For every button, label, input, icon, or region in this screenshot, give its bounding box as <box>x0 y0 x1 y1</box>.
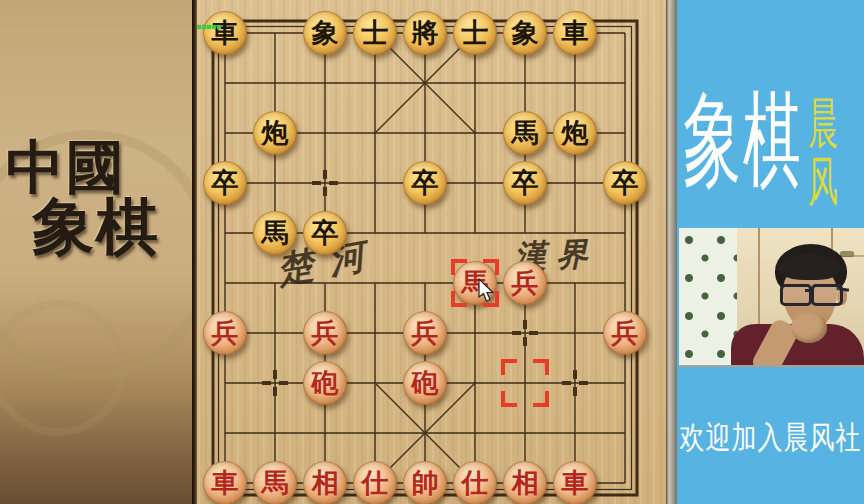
cell-8-3[interactable] <box>350 408 400 458</box>
piece-bB-0-6[interactable]: 象 <box>503 11 547 55</box>
cell-0-4[interactable]: 將 <box>400 8 450 58</box>
cell-4-6[interactable] <box>500 208 550 258</box>
cell-2-6[interactable]: 馬 <box>500 108 550 158</box>
stream-panel: 象棋 晨 风 欢 <box>677 0 864 504</box>
streamer-hair-fringe <box>779 254 841 280</box>
logo-line-1: 中國 <box>6 138 160 199</box>
cell-8-4[interactable] <box>400 408 450 458</box>
origin-box-cell <box>500 358 550 408</box>
piece-rP-6-0[interactable]: 兵 <box>203 311 247 355</box>
piece-bC-2-7[interactable]: 炮 <box>553 111 597 155</box>
cell-6-8[interactable]: 兵 <box>600 308 650 358</box>
piece-bR-0-7[interactable]: 車 <box>553 11 597 55</box>
cell-4-7[interactable] <box>550 208 600 258</box>
cell-1-7[interactable] <box>550 58 600 108</box>
piece-rP-6-8[interactable]: 兵 <box>603 311 647 355</box>
piece-bA-0-3[interactable]: 士 <box>353 11 397 55</box>
glasses-bridge <box>805 289 812 292</box>
cell-9-1[interactable]: 馬 <box>250 458 300 504</box>
cell-4-1[interactable]: 馬 <box>250 208 300 258</box>
point-marker-7-7 <box>550 358 600 408</box>
point-marker-3-2 <box>300 158 350 208</box>
cell-8-7[interactable] <box>550 408 600 458</box>
glasses-lens-left <box>780 284 812 306</box>
cell-5-2[interactable] <box>300 258 350 308</box>
cell-0-1[interactable] <box>250 8 300 58</box>
piece-rP-6-4[interactable]: 兵 <box>403 311 447 355</box>
cell-6-3[interactable] <box>350 308 400 358</box>
indicator-dot <box>197 25 201 29</box>
piece-bK-0-4[interactable]: 將 <box>403 11 447 55</box>
cell-1-0[interactable] <box>200 58 250 108</box>
app-logo: 中國 象棋 <box>6 138 160 260</box>
piece-rA-9-3[interactable]: 仕 <box>353 461 397 504</box>
cell-1-4[interactable] <box>400 58 450 108</box>
mouse-cursor <box>478 278 496 308</box>
cell-6-2[interactable]: 兵 <box>300 308 350 358</box>
cell-4-4[interactable] <box>400 208 450 258</box>
piece-rP-5-6[interactable]: 兵 <box>503 261 547 305</box>
cell-4-2[interactable]: 卒 <box>300 208 350 258</box>
cell-5-3[interactable] <box>350 258 400 308</box>
cell-3-4[interactable]: 卒 <box>400 158 450 208</box>
cell-8-5[interactable] <box>450 408 500 458</box>
cell-5-8[interactable] <box>600 258 650 308</box>
cell-0-8[interactable] <box>600 8 650 58</box>
piece-rR-9-0[interactable]: 車 <box>203 461 247 504</box>
indicator-dot <box>207 25 211 29</box>
cell-9-0[interactable]: 車 <box>200 458 250 504</box>
piece-bP-4-2[interactable]: 卒 <box>303 211 347 255</box>
cell-9-2[interactable]: 相 <box>300 458 350 504</box>
cell-1-5[interactable] <box>450 58 500 108</box>
streamer-glasses <box>780 284 846 304</box>
piece-rC-7-4[interactable]: 砲 <box>403 361 447 405</box>
cell-3-0[interactable]: 卒 <box>200 158 250 208</box>
cell-2-1[interactable]: 炮 <box>250 108 300 158</box>
board-grid[interactable]: 車象士將士象車炮馬炮卒卒卒卒馬卒馬兵兵兵兵兵砲砲車馬相仕帥仕相車 <box>200 8 650 504</box>
cell-9-8[interactable] <box>600 458 650 504</box>
wardrobe-handle-2 <box>840 251 854 256</box>
cell-7-4[interactable]: 砲 <box>400 358 450 408</box>
cell-2-0[interactable] <box>200 108 250 158</box>
cell-7-0[interactable] <box>200 358 250 408</box>
cell-9-4[interactable]: 帥 <box>400 458 450 504</box>
cell-5-6[interactable]: 兵 <box>500 258 550 308</box>
cell-1-8[interactable] <box>600 58 650 108</box>
stream-title-sub-char-2: 风 <box>808 152 838 209</box>
cell-2-5[interactable] <box>450 108 500 158</box>
cell-3-7[interactable] <box>550 158 600 208</box>
piece-bR-0-0[interactable]: 車 <box>203 11 247 55</box>
curtain-background <box>679 228 737 365</box>
xiangqi-board[interactable]: 楚河 漢界 車象士將士象車炮馬炮卒卒卒卒馬卒馬兵兵兵兵兵砲砲車馬相仕帥仕相車 <box>192 0 677 504</box>
cell-3-1[interactable] <box>250 158 300 208</box>
board-right-edge <box>666 0 677 504</box>
logo-line-2: 象棋 <box>32 195 160 260</box>
streamer-hand <box>791 312 827 343</box>
origin-box <box>501 359 549 407</box>
indicator-dot <box>202 25 206 29</box>
board-left-edge <box>192 0 197 504</box>
cell-0-6[interactable]: 象 <box>500 8 550 58</box>
cell-0-2[interactable]: 象 <box>300 8 350 58</box>
stream-title-sub: 晨 风 <box>808 95 838 208</box>
piece-rA-9-5[interactable]: 仕 <box>453 461 497 504</box>
cell-6-7[interactable] <box>550 308 600 358</box>
piece-bA-0-5[interactable]: 士 <box>453 11 497 55</box>
point-marker-6-6 <box>500 308 550 358</box>
cell-9-5[interactable]: 仕 <box>450 458 500 504</box>
cell-9-3[interactable]: 仕 <box>350 458 400 504</box>
cell-0-7[interactable]: 車 <box>550 8 600 58</box>
indicator-dot <box>217 25 221 29</box>
cell-0-0[interactable]: 車 <box>200 8 250 58</box>
cell-8-8[interactable] <box>600 408 650 458</box>
piece-bP-3-4[interactable]: 卒 <box>403 161 447 205</box>
cell-8-0[interactable] <box>200 408 250 458</box>
cell-4-0[interactable] <box>200 208 250 258</box>
indicator-dots <box>197 25 221 29</box>
cell-2-4[interactable] <box>400 108 450 158</box>
cell-5-4[interactable] <box>400 258 450 308</box>
piece-bN-4-1[interactable]: 馬 <box>253 211 297 255</box>
cell-3-5[interactable] <box>450 158 500 208</box>
piece-bN-2-6[interactable]: 馬 <box>503 111 547 155</box>
piece-rB-9-6[interactable]: 相 <box>503 461 547 504</box>
cell-1-3[interactable] <box>350 58 400 108</box>
cell-2-2[interactable] <box>300 108 350 158</box>
cell-8-1[interactable] <box>250 408 300 458</box>
position-marker <box>562 370 588 396</box>
piece-rK-9-4[interactable]: 帥 <box>403 461 447 504</box>
piece-rP-6-2[interactable]: 兵 <box>303 311 347 355</box>
cell-1-2[interactable] <box>300 58 350 108</box>
piece-bP-3-6[interactable]: 卒 <box>503 161 547 205</box>
piece-bP-3-0[interactable]: 卒 <box>203 161 247 205</box>
cell-9-7[interactable]: 車 <box>550 458 600 504</box>
position-marker <box>512 320 538 346</box>
cell-0-5[interactable]: 士 <box>450 8 500 58</box>
cell-8-6[interactable] <box>500 408 550 458</box>
position-marker <box>262 370 288 396</box>
point-marker-7-1 <box>250 358 300 408</box>
left-decor-panel: 中國 象棋 <box>0 0 192 504</box>
app-window: 中國 象棋 楚河 漢界 車象士將士象車炮馬炮卒卒卒卒馬卒馬兵兵兵兵兵砲砲車馬相仕 <box>0 0 864 504</box>
cell-4-3[interactable] <box>350 208 400 258</box>
cell-1-1[interactable] <box>250 58 300 108</box>
cell-7-2[interactable]: 砲 <box>300 358 350 408</box>
indicator-dot <box>212 25 216 29</box>
piece-bP-3-8[interactable]: 卒 <box>603 161 647 205</box>
cell-2-7[interactable]: 炮 <box>550 108 600 158</box>
cell-3-6[interactable]: 卒 <box>500 158 550 208</box>
cell-6-0[interactable]: 兵 <box>200 308 250 358</box>
cell-5-7[interactable] <box>550 258 600 308</box>
cell-6-4[interactable]: 兵 <box>400 308 450 358</box>
piece-rN-9-1[interactable]: 馬 <box>253 461 297 504</box>
cell-3-8[interactable]: 卒 <box>600 158 650 208</box>
cloud-ornament <box>0 300 126 436</box>
cell-3-3[interactable] <box>350 158 400 208</box>
cell-7-3[interactable] <box>350 358 400 408</box>
stream-title-main: 象棋 <box>683 88 803 192</box>
cell-8-2[interactable] <box>300 408 350 458</box>
cell-4-5[interactable] <box>450 208 500 258</box>
cell-0-3[interactable]: 士 <box>350 8 400 58</box>
cell-5-0[interactable] <box>200 258 250 308</box>
piece-rC-7-2[interactable]: 砲 <box>303 361 347 405</box>
cell-9-6[interactable]: 相 <box>500 458 550 504</box>
piece-bC-2-1[interactable]: 炮 <box>253 111 297 155</box>
cell-4-8[interactable] <box>600 208 650 258</box>
piece-bB-0-2[interactable]: 象 <box>303 11 347 55</box>
cell-2-3[interactable] <box>350 108 400 158</box>
position-marker <box>312 170 338 196</box>
cell-6-5[interactable] <box>450 308 500 358</box>
piece-rR-9-7[interactable]: 車 <box>553 461 597 504</box>
cell-2-8[interactable] <box>600 108 650 158</box>
cell-1-6[interactable] <box>500 58 550 108</box>
cell-6-1[interactable] <box>250 308 300 358</box>
stream-title: 象棋 晨 风 <box>683 88 838 209</box>
stream-title-sub-char-1: 晨 <box>808 95 838 152</box>
welcome-text: 欢迎加入晨风社 <box>677 417 864 458</box>
cell-7-5[interactable] <box>450 358 500 408</box>
piece-rB-9-2[interactable]: 相 <box>303 461 347 504</box>
cell-5-1[interactable] <box>250 258 300 308</box>
webcam-video <box>679 228 864 367</box>
cell-7-8[interactable] <box>600 358 650 408</box>
